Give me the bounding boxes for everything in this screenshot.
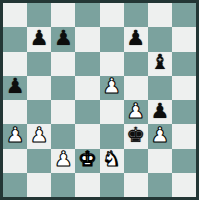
piece-white-knight: ♞ [102, 149, 121, 170]
square-f5[interactable] [124, 76, 148, 100]
square-c1[interactable] [51, 173, 75, 197]
square-d3[interactable] [75, 124, 99, 148]
piece-black-pawn: ♟ [126, 28, 145, 49]
square-f8[interactable] [124, 3, 148, 27]
square-c5[interactable] [51, 76, 75, 100]
square-f7[interactable]: ♟ [124, 27, 148, 51]
square-e3[interactable] [100, 124, 124, 148]
square-f4[interactable]: ♟ [124, 100, 148, 124]
square-d8[interactable] [75, 3, 99, 27]
square-d1[interactable] [75, 173, 99, 197]
square-d2[interactable]: ♚ [75, 149, 99, 173]
square-b7[interactable]: ♟ [27, 27, 51, 51]
square-g3[interactable]: ♟ [148, 124, 172, 148]
square-c8[interactable] [51, 3, 75, 27]
square-e4[interactable] [100, 100, 124, 124]
square-c7[interactable]: ♟ [51, 27, 75, 51]
square-g7[interactable] [148, 27, 172, 51]
square-b1[interactable] [27, 173, 51, 197]
piece-black-pawn: ♟ [30, 28, 49, 49]
square-a5[interactable]: ♟ [3, 76, 27, 100]
piece-white-king: ♚ [78, 149, 97, 170]
square-b3[interactable]: ♟ [27, 124, 51, 148]
square-h5[interactable] [172, 76, 196, 100]
square-h6[interactable] [172, 52, 196, 76]
chessboard-container: ♟♟♟♝♟♟♟♟♟♟♚♟♟♚♞ [0, 0, 199, 200]
piece-black-bishop: ♝ [150, 52, 169, 73]
square-f6[interactable] [124, 52, 148, 76]
square-f1[interactable] [124, 173, 148, 197]
piece-black-pawn: ♟ [54, 28, 73, 49]
square-a4[interactable] [3, 100, 27, 124]
piece-black-pawn: ♟ [6, 76, 25, 97]
square-e2[interactable]: ♞ [100, 149, 124, 173]
piece-white-pawn: ♟ [126, 101, 145, 122]
square-e6[interactable] [100, 52, 124, 76]
square-h8[interactable] [172, 3, 196, 27]
square-b2[interactable] [27, 149, 51, 173]
square-b8[interactable] [27, 3, 51, 27]
square-e1[interactable] [100, 173, 124, 197]
chess-board: ♟♟♟♝♟♟♟♟♟♟♚♟♟♚♞ [0, 0, 199, 200]
square-a3[interactable]: ♟ [3, 124, 27, 148]
square-h7[interactable] [172, 27, 196, 51]
square-g4[interactable]: ♟ [148, 100, 172, 124]
square-e8[interactable] [100, 3, 124, 27]
square-d7[interactable] [75, 27, 99, 51]
piece-white-pawn: ♟ [54, 149, 73, 170]
square-h4[interactable] [172, 100, 196, 124]
square-e7[interactable] [100, 27, 124, 51]
square-h2[interactable] [172, 149, 196, 173]
square-f3[interactable]: ♚ [124, 124, 148, 148]
square-h1[interactable] [172, 173, 196, 197]
square-a1[interactable] [3, 173, 27, 197]
square-d6[interactable] [75, 52, 99, 76]
square-c6[interactable] [51, 52, 75, 76]
square-g6[interactable]: ♝ [148, 52, 172, 76]
piece-white-pawn: ♟ [30, 125, 49, 146]
square-c2[interactable]: ♟ [51, 149, 75, 173]
square-e5[interactable]: ♟ [100, 76, 124, 100]
square-a7[interactable] [3, 27, 27, 51]
square-g2[interactable] [148, 149, 172, 173]
square-b6[interactable] [27, 52, 51, 76]
square-c4[interactable] [51, 100, 75, 124]
square-c3[interactable] [51, 124, 75, 148]
square-b5[interactable] [27, 76, 51, 100]
square-d5[interactable] [75, 76, 99, 100]
square-g1[interactable] [148, 173, 172, 197]
square-a8[interactable] [3, 3, 27, 27]
square-b4[interactable] [27, 100, 51, 124]
piece-white-pawn: ♟ [102, 76, 121, 97]
square-f2[interactable] [124, 149, 148, 173]
square-a2[interactable] [3, 149, 27, 173]
piece-black-king: ♚ [126, 125, 145, 146]
piece-white-pawn: ♟ [150, 125, 169, 146]
square-a6[interactable] [3, 52, 27, 76]
square-h3[interactable] [172, 124, 196, 148]
piece-black-pawn: ♟ [150, 101, 169, 122]
square-d4[interactable] [75, 100, 99, 124]
square-g8[interactable] [148, 3, 172, 27]
piece-white-pawn: ♟ [6, 125, 25, 146]
square-g5[interactable] [148, 76, 172, 100]
